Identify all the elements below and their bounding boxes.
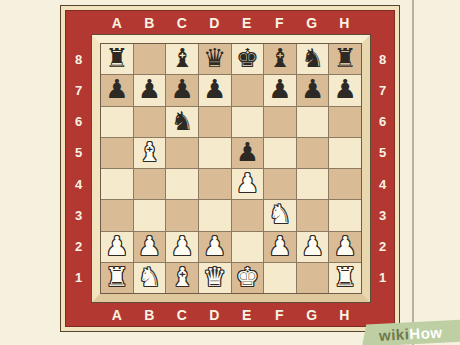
file-labels-bottom: ABCDEFGH	[92, 302, 370, 327]
rank-label-5: 5	[370, 137, 395, 168]
square-f8: ♝	[264, 44, 296, 74]
black-pawn-e5: ♟	[236, 139, 259, 165]
white-pawn-g2: ♟	[301, 233, 324, 259]
black-king-e8: ♚	[236, 45, 259, 71]
black-pawn-a7: ♟	[105, 76, 128, 102]
white-bishop-c1: ♝	[170, 264, 193, 290]
square-c3	[166, 200, 198, 230]
file-label-E: E	[231, 302, 264, 327]
square-g6	[297, 107, 329, 137]
square-e2	[232, 232, 264, 262]
square-g8: ♞	[297, 44, 329, 74]
black-rook-a8: ♜	[105, 45, 128, 71]
square-f4	[264, 169, 296, 199]
board-squares: ♜♝♛♚♝♞♜♟♟♟♟♟♟♟♞♝♟♟♞♟♟♟♟♟♟♟♜♞♝♛♚♜	[100, 43, 362, 294]
rank-label-6: 6	[65, 106, 92, 137]
square-a2: ♟	[101, 232, 133, 262]
square-f3: ♞	[264, 200, 296, 230]
square-f7: ♟	[264, 75, 296, 105]
illustration-canvas: ABCDEFGH 87654321 ♜♝♛♚♝♞♜♟♟♟♟♟♟♟♞♝♟♟♞♟♟♟…	[0, 0, 460, 345]
square-d1: ♛	[199, 263, 231, 293]
square-c6: ♞	[166, 107, 198, 137]
rank-label-6: 6	[370, 106, 395, 137]
white-pawn-f2: ♟	[268, 233, 291, 259]
square-f1	[264, 263, 296, 293]
file-label-F: F	[264, 10, 297, 35]
black-knight-c6: ♞	[170, 108, 193, 134]
file-label-E: E	[231, 10, 264, 35]
wikihow-watermark: wikiHow	[362, 319, 460, 345]
file-label-G: G	[296, 10, 329, 35]
wikihow-logo: wikiHow	[379, 323, 453, 344]
square-a6	[101, 107, 133, 137]
rank-label-1: 1	[370, 262, 395, 293]
file-label-D: D	[199, 10, 232, 35]
square-b8	[134, 44, 166, 74]
square-e7	[232, 75, 264, 105]
square-e6	[232, 107, 264, 137]
rank-labels-left: 87654321	[65, 35, 92, 302]
square-h8: ♜	[329, 44, 361, 74]
square-h4	[329, 169, 361, 199]
square-g3	[297, 200, 329, 230]
square-a3	[101, 200, 133, 230]
square-b4	[134, 169, 166, 199]
black-rook-h8: ♜	[334, 45, 357, 71]
wikihow-logo-how: How	[409, 323, 443, 342]
square-f5	[264, 138, 296, 168]
square-h3	[329, 200, 361, 230]
black-pawn-d7: ♟	[203, 76, 226, 102]
file-label-C: C	[166, 302, 199, 327]
file-label-H: H	[329, 302, 362, 327]
square-h1: ♜	[329, 263, 361, 293]
rank-label-4: 4	[370, 169, 395, 200]
white-knight-b1: ♞	[138, 264, 161, 290]
square-e1: ♚	[232, 263, 264, 293]
white-pawn-b2: ♟	[138, 233, 161, 259]
black-pawn-b7: ♟	[138, 76, 161, 102]
white-pawn-a2: ♟	[105, 233, 128, 259]
square-e5: ♟	[232, 138, 264, 168]
rank-label-7: 7	[65, 75, 92, 106]
file-label-D: D	[199, 302, 232, 327]
square-g7: ♟	[297, 75, 329, 105]
square-e3	[232, 200, 264, 230]
square-h2: ♟	[329, 232, 361, 262]
square-a4	[101, 169, 133, 199]
white-knight-f3: ♞	[268, 201, 291, 227]
rank-labels-right: 87654321	[370, 35, 395, 302]
square-e4: ♟	[232, 169, 264, 199]
file-label-B: B	[134, 302, 167, 327]
square-d5	[199, 138, 231, 168]
square-b6	[134, 107, 166, 137]
white-pawn-e4: ♟	[236, 170, 259, 196]
rank-label-5: 5	[65, 137, 92, 168]
rank-label-4: 4	[65, 169, 92, 200]
square-d7: ♟	[199, 75, 231, 105]
square-c7: ♟	[166, 75, 198, 105]
square-d6	[199, 107, 231, 137]
file-labels-top: ABCDEFGH	[92, 10, 370, 35]
board-frame: ♜♝♛♚♝♞♜♟♟♟♟♟♟♟♞♝♟♟♞♟♟♟♟♟♟♟♜♞♝♛♚♜	[92, 35, 370, 302]
file-label-C: C	[166, 10, 199, 35]
chess-board: ABCDEFGH 87654321 ♜♝♛♚♝♞♜♟♟♟♟♟♟♟♞♝♟♟♞♟♟♟…	[61, 6, 399, 331]
white-bishop-b5: ♝	[138, 139, 161, 165]
square-b2: ♟	[134, 232, 166, 262]
square-h6	[329, 107, 361, 137]
black-queen-d8: ♛	[203, 45, 226, 71]
square-d2: ♟	[199, 232, 231, 262]
black-bishop-c8: ♝	[170, 45, 193, 71]
square-d8: ♛	[199, 44, 231, 74]
square-b7: ♟	[134, 75, 166, 105]
white-pawn-c2: ♟	[170, 233, 193, 259]
wikihow-logo-wiki: wiki	[379, 325, 410, 344]
square-g1	[297, 263, 329, 293]
square-g2: ♟	[297, 232, 329, 262]
page-edge-line	[412, 0, 414, 345]
square-d4	[199, 169, 231, 199]
square-c8: ♝	[166, 44, 198, 74]
square-c1: ♝	[166, 263, 198, 293]
rank-label-7: 7	[370, 75, 395, 106]
black-pawn-h7: ♟	[334, 76, 357, 102]
white-pawn-h2: ♟	[334, 233, 357, 259]
square-e8: ♚	[232, 44, 264, 74]
square-c5	[166, 138, 198, 168]
square-g5	[297, 138, 329, 168]
file-label-F: F	[264, 302, 297, 327]
black-pawn-f7: ♟	[268, 76, 291, 102]
square-a8: ♜	[101, 44, 133, 74]
white-king-e1: ♚	[236, 264, 259, 290]
file-label-A: A	[101, 10, 134, 35]
rank-label-3: 3	[370, 200, 395, 231]
black-bishop-f8: ♝	[268, 45, 291, 71]
rank-label-1: 1	[65, 262, 92, 293]
rank-label-8: 8	[65, 44, 92, 75]
white-queen-d1: ♛	[203, 264, 226, 290]
file-label-H: H	[329, 10, 362, 35]
square-a7: ♟	[101, 75, 133, 105]
square-d3	[199, 200, 231, 230]
rank-label-3: 3	[65, 200, 92, 231]
white-rook-h1: ♜	[334, 264, 357, 290]
square-b1: ♞	[134, 263, 166, 293]
square-a5	[101, 138, 133, 168]
black-pawn-c7: ♟	[170, 76, 193, 102]
file-label-A: A	[101, 302, 134, 327]
white-pawn-d2: ♟	[203, 233, 226, 259]
square-h7: ♟	[329, 75, 361, 105]
square-h5	[329, 138, 361, 168]
file-label-G: G	[296, 302, 329, 327]
square-b3	[134, 200, 166, 230]
file-label-B: B	[134, 10, 167, 35]
square-g4	[297, 169, 329, 199]
square-f2: ♟	[264, 232, 296, 262]
square-c4	[166, 169, 198, 199]
rank-label-8: 8	[370, 44, 395, 75]
black-knight-g8: ♞	[301, 45, 324, 71]
white-rook-a1: ♜	[105, 264, 128, 290]
rank-label-2: 2	[370, 231, 395, 262]
square-f6	[264, 107, 296, 137]
rank-label-2: 2	[65, 231, 92, 262]
square-c2: ♟	[166, 232, 198, 262]
black-pawn-g7: ♟	[301, 76, 324, 102]
square-b5: ♝	[134, 138, 166, 168]
square-a1: ♜	[101, 263, 133, 293]
